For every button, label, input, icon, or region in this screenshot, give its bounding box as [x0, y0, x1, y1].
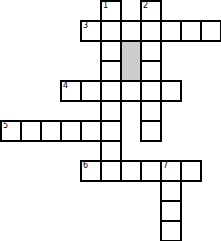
cell-r8c9[interactable]: [180, 160, 202, 182]
cell-r6c1[interactable]: [20, 120, 42, 142]
cell-r9c8[interactable]: [160, 180, 182, 202]
cell-r6c3[interactable]: [60, 120, 82, 142]
cell-r3c7[interactable]: [140, 60, 162, 82]
cell-r6c4[interactable]: [80, 120, 102, 142]
cell-r0c7[interactable]: [140, 0, 162, 22]
cell-r1c9[interactable]: [180, 20, 202, 42]
cell-r8c4[interactable]: [80, 160, 102, 182]
cell-r1c5[interactable]: [100, 20, 122, 42]
cell-r1c7[interactable]: [140, 20, 162, 42]
cell-r11c8[interactable]: [160, 220, 182, 241]
cell-r2c5[interactable]: [100, 40, 122, 62]
cell-r6c5[interactable]: [100, 120, 122, 142]
crossword-board: 1234567: [0, 0, 221, 241]
cell-r4c5[interactable]: [100, 80, 122, 102]
cell-r10c8[interactable]: [160, 200, 182, 222]
cell-r8c5[interactable]: [100, 160, 122, 182]
cell-r8c7[interactable]: [140, 160, 162, 182]
cell-r6c7[interactable]: [140, 120, 162, 142]
cell-r5c5[interactable]: [100, 100, 122, 122]
cell-r4c6[interactable]: [120, 80, 142, 102]
shaded-cell: [120, 40, 142, 82]
cell-r4c7[interactable]: [140, 80, 162, 102]
cell-r1c8[interactable]: [160, 20, 182, 42]
cell-r8c8[interactable]: [160, 160, 182, 182]
cell-r0c5[interactable]: [100, 0, 122, 22]
cell-r1c6[interactable]: [120, 20, 142, 42]
cell-r4c8[interactable]: [160, 80, 182, 102]
cell-r1c4[interactable]: [80, 20, 102, 42]
crossword-page: 1234567: [0, 0, 221, 241]
cell-r7c5[interactable]: [100, 140, 122, 162]
cell-r5c7[interactable]: [140, 100, 162, 122]
cell-r4c3[interactable]: [60, 80, 82, 102]
cell-r6c0[interactable]: [0, 120, 22, 142]
cell-r3c5[interactable]: [100, 60, 122, 82]
cell-r2c7[interactable]: [140, 40, 162, 62]
cell-r6c2[interactable]: [40, 120, 62, 142]
cell-r4c4[interactable]: [80, 80, 102, 102]
cell-r8c6[interactable]: [120, 160, 142, 182]
cell-r1c10[interactable]: [200, 20, 221, 42]
